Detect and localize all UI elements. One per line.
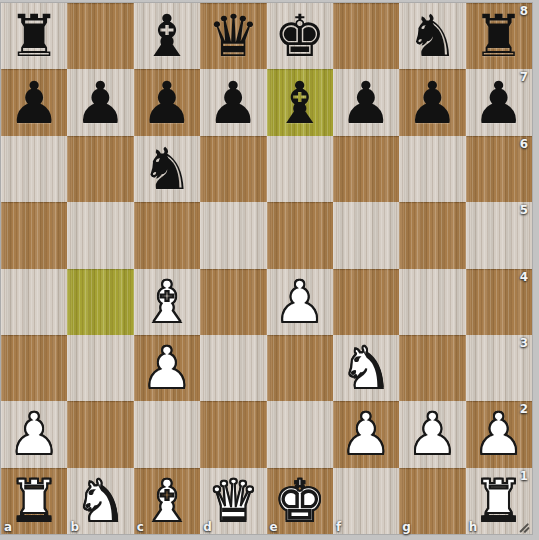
piece-white-pawn[interactable]: ♟ <box>274 269 326 335</box>
square-f7[interactable]: ♟ <box>333 69 399 135</box>
square-b3[interactable] <box>67 335 133 401</box>
square-f5[interactable] <box>333 202 399 268</box>
piece-black-king[interactable]: ♚ <box>274 3 326 69</box>
square-h6[interactable]: 6 <box>466 136 532 202</box>
resize-handle-icon[interactable] <box>518 520 530 532</box>
square-d3[interactable] <box>200 335 266 401</box>
square-f2[interactable]: ♟ <box>333 401 399 467</box>
piece-white-pawn[interactable]: ♟ <box>406 401 458 467</box>
square-h2[interactable]: 2♟ <box>466 401 532 467</box>
piece-white-pawn[interactable]: ♟ <box>8 401 60 467</box>
square-g3[interactable] <box>399 335 465 401</box>
piece-black-pawn[interactable]: ♟ <box>141 70 193 136</box>
rank-label-5: 5 <box>520 203 528 217</box>
piece-black-rook[interactable]: ♜ <box>473 3 525 69</box>
square-e2[interactable] <box>267 401 333 467</box>
piece-black-queen[interactable]: ♛ <box>207 3 259 69</box>
square-e4[interactable]: ♟ <box>267 269 333 335</box>
square-f6[interactable] <box>333 136 399 202</box>
square-d6[interactable] <box>200 136 266 202</box>
square-g2[interactable]: ♟ <box>399 401 465 467</box>
square-d1[interactable]: d♛ <box>200 468 266 534</box>
square-a6[interactable] <box>1 136 67 202</box>
piece-black-knight[interactable]: ♞ <box>141 136 193 202</box>
square-a1[interactable]: a♜ <box>1 468 67 534</box>
piece-white-queen[interactable]: ♛ <box>207 468 259 534</box>
square-c5[interactable] <box>134 202 200 268</box>
square-d4[interactable] <box>200 269 266 335</box>
square-c1[interactable]: c♝ <box>134 468 200 534</box>
square-e1[interactable]: e♚ <box>267 468 333 534</box>
piece-black-pawn[interactable]: ♟ <box>75 70 127 136</box>
square-h3[interactable]: 3 <box>466 335 532 401</box>
square-c8[interactable]: ♝ <box>134 3 200 69</box>
square-c6[interactable]: ♞ <box>134 136 200 202</box>
rank-label-6: 6 <box>520 137 528 151</box>
piece-black-pawn[interactable]: ♟ <box>8 70 60 136</box>
piece-black-bishop[interactable]: ♝ <box>274 70 326 136</box>
square-e3[interactable] <box>267 335 333 401</box>
piece-black-pawn[interactable]: ♟ <box>340 70 392 136</box>
square-g4[interactable] <box>399 269 465 335</box>
piece-white-pawn[interactable]: ♟ <box>141 335 193 401</box>
square-e7[interactable]: ♝ <box>267 69 333 135</box>
square-b6[interactable] <box>67 136 133 202</box>
square-a2[interactable]: ♟ <box>1 401 67 467</box>
square-c3[interactable]: ♟ <box>134 335 200 401</box>
square-h7[interactable]: 7♟ <box>466 69 532 135</box>
square-f8[interactable] <box>333 3 399 69</box>
piece-white-knight[interactable]: ♞ <box>340 335 392 401</box>
rank-label-3: 3 <box>520 336 528 350</box>
square-d5[interactable] <box>200 202 266 268</box>
square-h5[interactable]: 5 <box>466 202 532 268</box>
square-b5[interactable] <box>67 202 133 268</box>
square-e6[interactable] <box>267 136 333 202</box>
square-a3[interactable] <box>1 335 67 401</box>
file-label-f: f <box>336 520 341 534</box>
piece-white-pawn[interactable]: ♟ <box>473 401 525 467</box>
piece-white-pawn[interactable]: ♟ <box>340 401 392 467</box>
square-e8[interactable]: ♚ <box>267 3 333 69</box>
piece-white-rook[interactable]: ♜ <box>8 468 60 534</box>
square-e5[interactable] <box>267 202 333 268</box>
square-b1[interactable]: b♞ <box>67 468 133 534</box>
piece-white-king[interactable]: ♚ <box>274 468 326 534</box>
square-g7[interactable]: ♟ <box>399 69 465 135</box>
piece-white-bishop[interactable]: ♝ <box>141 269 193 335</box>
square-g6[interactable] <box>399 136 465 202</box>
square-c7[interactable]: ♟ <box>134 69 200 135</box>
piece-black-pawn[interactable]: ♟ <box>473 70 525 136</box>
square-c4[interactable]: ♝ <box>134 269 200 335</box>
square-a4[interactable] <box>1 269 67 335</box>
square-h4[interactable]: 4 <box>466 269 532 335</box>
piece-white-knight[interactable]: ♞ <box>75 468 127 534</box>
square-b7[interactable]: ♟ <box>67 69 133 135</box>
rank-label-4: 4 <box>520 270 528 284</box>
square-f1[interactable]: f <box>333 468 399 534</box>
square-d7[interactable]: ♟ <box>200 69 266 135</box>
square-b8[interactable] <box>67 3 133 69</box>
square-g5[interactable] <box>399 202 465 268</box>
square-a5[interactable] <box>1 202 67 268</box>
square-d2[interactable] <box>200 401 266 467</box>
square-b2[interactable] <box>67 401 133 467</box>
square-g8[interactable]: ♞ <box>399 3 465 69</box>
square-h8[interactable]: 8♜ <box>466 3 532 69</box>
file-label-g: g <box>402 520 411 534</box>
square-a8[interactable]: ♜ <box>1 3 67 69</box>
piece-white-bishop[interactable]: ♝ <box>141 468 193 534</box>
piece-white-rook[interactable]: ♜ <box>473 468 525 534</box>
square-b4[interactable] <box>67 269 133 335</box>
square-f4[interactable] <box>333 269 399 335</box>
square-d8[interactable]: ♛ <box>200 3 266 69</box>
piece-black-knight[interactable]: ♞ <box>406 3 458 69</box>
piece-black-pawn[interactable]: ♟ <box>406 70 458 136</box>
piece-black-bishop[interactable]: ♝ <box>141 3 193 69</box>
piece-black-pawn[interactable]: ♟ <box>207 70 259 136</box>
square-a7[interactable]: ♟ <box>1 69 67 135</box>
piece-black-rook[interactable]: ♜ <box>8 3 60 69</box>
square-c2[interactable] <box>134 401 200 467</box>
square-g1[interactable]: g <box>399 468 465 534</box>
square-f3[interactable]: ♞ <box>333 335 399 401</box>
chess-board[interactable]: ♜♝♛♚♞8♜♟♟♟♟♝♟♟7♟♞65♝♟4♟♞3♟♟♟2♟a♜b♞c♝d♛e♚… <box>1 3 532 534</box>
